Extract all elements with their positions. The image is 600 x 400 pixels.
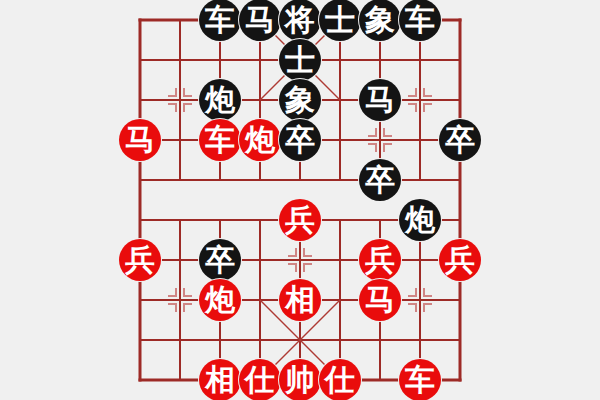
piece-black-soldier[interactable]: 卒 <box>359 159 401 201</box>
piece-red-elephant[interactable]: 相 <box>199 359 241 400</box>
piece-black-cannon[interactable]: 炮 <box>399 199 441 241</box>
point-marker-icon <box>304 264 312 272</box>
piece-red-chariot[interactable]: 车 <box>199 119 241 161</box>
point-marker-icon <box>288 248 296 256</box>
point-marker-icon <box>408 104 416 112</box>
point-marker-icon <box>408 88 416 96</box>
piece-black-soldier[interactable]: 卒 <box>199 239 241 281</box>
piece-red-soldier[interactable]: 兵 <box>359 239 401 281</box>
point-marker-icon <box>408 304 416 312</box>
piece-red-advisor[interactable]: 仕 <box>239 359 281 400</box>
piece-red-elephant[interactable]: 相 <box>279 279 321 321</box>
piece-black-soldier[interactable]: 卒 <box>439 119 481 161</box>
point-marker-icon <box>384 128 392 136</box>
piece-black-cannon[interactable]: 炮 <box>199 79 241 121</box>
point-marker-icon <box>184 304 192 312</box>
piece-red-cannon[interactable]: 炮 <box>239 119 281 161</box>
piece-black-soldier[interactable]: 卒 <box>279 119 321 161</box>
piece-black-chariot[interactable]: 车 <box>399 0 441 41</box>
piece-black-horse[interactable]: 马 <box>359 79 401 121</box>
point-marker-icon <box>304 248 312 256</box>
piece-black-elephant[interactable]: 象 <box>359 0 401 41</box>
piece-red-cannon[interactable]: 炮 <box>199 279 241 321</box>
point-marker-icon <box>168 304 176 312</box>
piece-red-general[interactable]: 帅 <box>279 359 321 400</box>
point-marker-icon <box>184 104 192 112</box>
piece-red-horse[interactable]: 马 <box>359 279 401 321</box>
piece-black-advisor[interactable]: 士 <box>319 0 361 41</box>
point-marker-icon <box>168 288 176 296</box>
piece-black-general[interactable]: 将 <box>279 0 321 41</box>
point-marker-icon <box>424 104 432 112</box>
point-marker-icon <box>408 288 416 296</box>
piece-black-elephant[interactable]: 象 <box>279 79 321 121</box>
point-marker-icon <box>424 304 432 312</box>
piece-black-advisor[interactable]: 士 <box>279 39 321 81</box>
point-marker-icon <box>424 88 432 96</box>
piece-red-horse[interactable]: 马 <box>119 119 161 161</box>
piece-red-soldier[interactable]: 兵 <box>439 239 481 281</box>
xiangqi-board: 车马将士象车士炮象马马车炮卒卒卒兵炮兵卒兵兵炮相马相仕帅仕车 <box>0 0 600 400</box>
point-marker-icon <box>424 288 432 296</box>
piece-black-chariot[interactable]: 车 <box>199 0 241 41</box>
piece-black-horse[interactable]: 马 <box>239 0 281 41</box>
point-marker-icon <box>288 264 296 272</box>
piece-red-soldier[interactable]: 兵 <box>279 199 321 241</box>
piece-red-advisor[interactable]: 仕 <box>319 359 361 400</box>
point-marker-icon <box>168 88 176 96</box>
point-marker-icon <box>368 128 376 136</box>
point-marker-icon <box>184 288 192 296</box>
piece-red-chariot[interactable]: 车 <box>399 359 441 400</box>
piece-red-soldier[interactable]: 兵 <box>119 239 161 281</box>
point-marker-icon <box>368 144 376 152</box>
point-marker-icon <box>168 104 176 112</box>
point-marker-icon <box>384 144 392 152</box>
point-marker-icon <box>184 88 192 96</box>
